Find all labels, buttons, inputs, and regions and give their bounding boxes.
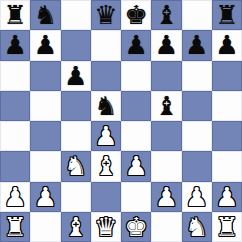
square-c5[interactable] — [61, 91, 91, 121]
chess-board: ♜♞♛♚♝♜♟♟♟♟♟♟♟♞♝♟♞♝♟♟♟♟♟♟♜♝♛♚♞♜ — [0, 0, 242, 242]
square-d4[interactable]: ♟ — [91, 121, 121, 151]
square-g5[interactable] — [182, 91, 212, 121]
square-g4[interactable] — [182, 121, 212, 151]
square-f8[interactable]: ♝ — [151, 0, 181, 30]
piece-black-queen: ♛ — [94, 2, 117, 28]
square-e1[interactable]: ♚ — [121, 212, 151, 242]
piece-black-bishop: ♝ — [155, 93, 178, 119]
piece-black-bishop: ♝ — [155, 2, 178, 28]
piece-black-pawn: ♟ — [215, 32, 238, 58]
square-a8[interactable]: ♜ — [0, 0, 30, 30]
piece-white-pawn: ♟ — [94, 123, 117, 149]
square-b3[interactable] — [30, 151, 60, 181]
square-h8[interactable]: ♜ — [212, 0, 242, 30]
piece-white-king: ♚ — [124, 214, 147, 240]
piece-white-pawn: ♟ — [3, 184, 26, 210]
square-e6[interactable] — [121, 61, 151, 91]
piece-white-bishop: ♝ — [94, 153, 117, 179]
square-b7[interactable]: ♟ — [30, 30, 60, 60]
piece-black-rook: ♜ — [215, 2, 238, 28]
square-h3[interactable] — [212, 151, 242, 181]
square-f7[interactable]: ♟ — [151, 30, 181, 60]
piece-black-pawn: ♟ — [3, 32, 26, 58]
square-f5[interactable]: ♝ — [151, 91, 181, 121]
piece-black-pawn: ♟ — [34, 32, 57, 58]
piece-black-king: ♚ — [124, 2, 147, 28]
piece-black-pawn: ♟ — [155, 32, 178, 58]
piece-black-pawn: ♟ — [124, 32, 147, 58]
piece-white-pawn: ♟ — [185, 184, 208, 210]
square-f2[interactable]: ♟ — [151, 182, 181, 212]
piece-black-pawn: ♟ — [185, 32, 208, 58]
square-g2[interactable]: ♟ — [182, 182, 212, 212]
square-f3[interactable] — [151, 151, 181, 181]
square-a5[interactable] — [0, 91, 30, 121]
square-b8[interactable]: ♞ — [30, 0, 60, 30]
square-d2[interactable] — [91, 182, 121, 212]
square-g8[interactable] — [182, 0, 212, 30]
square-f4[interactable] — [151, 121, 181, 151]
square-c4[interactable] — [61, 121, 91, 151]
square-h4[interactable] — [212, 121, 242, 151]
square-a4[interactable] — [0, 121, 30, 151]
square-h6[interactable] — [212, 61, 242, 91]
square-f6[interactable] — [151, 61, 181, 91]
square-f1[interactable] — [151, 212, 181, 242]
square-c3[interactable]: ♞ — [61, 151, 91, 181]
square-a6[interactable] — [0, 61, 30, 91]
piece-white-pawn: ♟ — [155, 184, 178, 210]
square-c7[interactable] — [61, 30, 91, 60]
square-g3[interactable] — [182, 151, 212, 181]
square-h1[interactable]: ♜ — [212, 212, 242, 242]
square-d1[interactable]: ♛ — [91, 212, 121, 242]
square-e8[interactable]: ♚ — [121, 0, 151, 30]
piece-white-bishop: ♝ — [64, 214, 87, 240]
piece-white-knight: ♞ — [64, 153, 87, 179]
piece-white-queen: ♛ — [94, 214, 117, 240]
square-d7[interactable] — [91, 30, 121, 60]
square-g1[interactable]: ♞ — [182, 212, 212, 242]
square-e2[interactable] — [121, 182, 151, 212]
square-d5[interactable]: ♞ — [91, 91, 121, 121]
square-h7[interactable]: ♟ — [212, 30, 242, 60]
piece-black-knight: ♞ — [34, 2, 57, 28]
piece-black-pawn: ♟ — [64, 63, 87, 89]
piece-white-rook: ♜ — [3, 214, 26, 240]
square-a1[interactable]: ♜ — [0, 212, 30, 242]
square-g6[interactable] — [182, 61, 212, 91]
piece-black-rook: ♜ — [3, 2, 26, 28]
square-b1[interactable] — [30, 212, 60, 242]
square-g7[interactable]: ♟ — [182, 30, 212, 60]
square-e4[interactable] — [121, 121, 151, 151]
square-a2[interactable]: ♟ — [0, 182, 30, 212]
square-d3[interactable]: ♝ — [91, 151, 121, 181]
square-e5[interactable] — [121, 91, 151, 121]
piece-white-pawn: ♟ — [215, 184, 238, 210]
piece-white-pawn: ♟ — [124, 153, 147, 179]
square-a7[interactable]: ♟ — [0, 30, 30, 60]
square-c8[interactable] — [61, 0, 91, 30]
square-e7[interactable]: ♟ — [121, 30, 151, 60]
square-h5[interactable] — [212, 91, 242, 121]
square-b5[interactable] — [30, 91, 60, 121]
square-c6[interactable]: ♟ — [61, 61, 91, 91]
square-c1[interactable]: ♝ — [61, 212, 91, 242]
square-d6[interactable] — [91, 61, 121, 91]
piece-white-rook: ♜ — [215, 214, 238, 240]
square-b4[interactable] — [30, 121, 60, 151]
square-a3[interactable] — [0, 151, 30, 181]
piece-white-knight: ♞ — [185, 214, 208, 240]
square-e3[interactable]: ♟ — [121, 151, 151, 181]
square-h2[interactable]: ♟ — [212, 182, 242, 212]
piece-white-pawn: ♟ — [34, 184, 57, 210]
square-c2[interactable] — [61, 182, 91, 212]
square-b2[interactable]: ♟ — [30, 182, 60, 212]
square-d8[interactable]: ♛ — [91, 0, 121, 30]
square-b6[interactable] — [30, 61, 60, 91]
piece-black-knight: ♞ — [94, 93, 117, 119]
